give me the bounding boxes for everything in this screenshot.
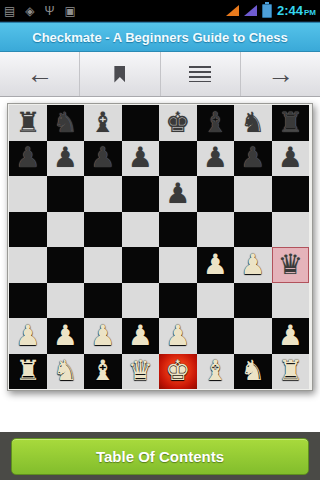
piece-black-bishop: ♝ — [203, 109, 228, 137]
square-c6 — [84, 176, 122, 212]
table-of-contents-button[interactable]: Table Of Contents — [11, 438, 309, 475]
square-h1: ♜ — [272, 354, 310, 390]
piece-black-queen: ♛ — [278, 251, 303, 279]
piece-black-knight: ♞ — [53, 109, 78, 137]
page-content: ♜♞♝♚♝♞♜♟♟♟♟♟♟♟♟♟♟♛♟♟♟♟♟♟♜♞♝♛♚♝♞♜ — [0, 103, 320, 438]
square-g7: ♟ — [234, 141, 272, 177]
piece-black-pawn: ♟ — [203, 144, 228, 172]
piece-white-bishop: ♝ — [203, 357, 228, 385]
piece-black-bishop: ♝ — [90, 109, 115, 137]
square-b4 — [47, 247, 85, 283]
piece-white-rook: ♜ — [15, 357, 40, 385]
square-f2 — [197, 318, 235, 354]
square-d3 — [122, 283, 160, 319]
square-f7: ♟ — [197, 141, 235, 177]
square-b8: ♞ — [47, 105, 85, 141]
square-h7: ♟ — [272, 141, 310, 177]
square-g4: ♟ — [234, 247, 272, 283]
piece-white-pawn: ♟ — [203, 251, 228, 279]
piece-white-king: ♚ — [165, 357, 190, 385]
status-clock: 2:44PM — [277, 3, 316, 18]
square-b3 — [47, 283, 85, 319]
square-e4 — [159, 247, 197, 283]
square-c1: ♝ — [84, 354, 122, 390]
square-e5 — [159, 212, 197, 248]
square-f5 — [197, 212, 235, 248]
square-h3 — [272, 283, 310, 319]
square-b7: ♟ — [47, 141, 85, 177]
square-e3 — [159, 283, 197, 319]
square-g6 — [234, 176, 272, 212]
piece-white-queen: ♛ — [128, 357, 153, 385]
piece-white-rook: ♜ — [278, 357, 303, 385]
square-d5 — [122, 212, 160, 248]
piece-white-pawn: ♟ — [90, 322, 115, 350]
square-h5 — [272, 212, 310, 248]
square-a5 — [9, 212, 47, 248]
square-a3 — [9, 283, 47, 319]
navigation-toolbar: ← → — [0, 52, 320, 97]
piece-white-pawn: ♟ — [165, 322, 190, 350]
clock-period: PM — [304, 8, 316, 17]
chess-board-frame: ♜♞♝♚♝♞♜♟♟♟♟♟♟♟♟♟♟♛♟♟♟♟♟♟♜♞♝♛♚♝♞♜ — [7, 103, 313, 391]
status-bar: ▤ ◈ Ψ ▣ 2:44PM — [0, 0, 320, 22]
square-c2: ♟ — [84, 318, 122, 354]
square-e6: ♟ — [159, 176, 197, 212]
square-g1: ♞ — [234, 354, 272, 390]
back-arrow-icon: ← — [26, 61, 53, 88]
square-b2: ♟ — [47, 318, 85, 354]
square-d4 — [122, 247, 160, 283]
square-f6 — [197, 176, 235, 212]
piece-white-pawn: ♟ — [53, 322, 78, 350]
piece-black-pawn: ♟ — [128, 144, 153, 172]
square-a4 — [9, 247, 47, 283]
square-f1: ♝ — [197, 354, 235, 390]
square-c5 — [84, 212, 122, 248]
forward-arrow-icon: → — [267, 61, 294, 88]
back-button[interactable]: ← — [0, 52, 80, 96]
piece-white-knight: ♞ — [240, 357, 265, 385]
piece-white-pawn: ♟ — [15, 322, 40, 350]
square-f3 — [197, 283, 235, 319]
square-a7: ♟ — [9, 141, 47, 177]
piece-black-king: ♚ — [165, 109, 190, 137]
square-c3 — [84, 283, 122, 319]
status-left-icons: ▤ ◈ Ψ ▣ — [4, 5, 76, 17]
square-a8: ♜ — [9, 105, 47, 141]
square-g3 — [234, 283, 272, 319]
piece-black-rook: ♜ — [15, 109, 40, 137]
square-e2: ♟ — [159, 318, 197, 354]
screenshot-icon: ▣ — [65, 5, 76, 17]
piece-black-pawn: ♟ — [240, 144, 265, 172]
square-g2 — [234, 318, 272, 354]
piece-white-bishop: ♝ — [90, 357, 115, 385]
square-f8: ♝ — [197, 105, 235, 141]
square-g5 — [234, 212, 272, 248]
piece-black-knight: ♞ — [240, 109, 265, 137]
square-b1: ♞ — [47, 354, 85, 390]
piece-white-pawn: ♟ — [128, 322, 153, 350]
piece-white-pawn: ♟ — [278, 322, 303, 350]
square-g8: ♞ — [234, 105, 272, 141]
square-d6 — [122, 176, 160, 212]
usb-icon: Ψ — [45, 5, 55, 17]
square-f4: ♟ — [197, 247, 235, 283]
piece-black-pawn: ♟ — [90, 144, 115, 172]
app-title-bar: Checkmate - A Beginners Guide to Chess — [0, 22, 320, 52]
list-icon — [189, 66, 211, 82]
piece-black-pawn: ♟ — [165, 180, 190, 208]
square-b6 — [47, 176, 85, 212]
bottom-bar: Table Of Contents — [0, 432, 320, 480]
square-h8: ♜ — [272, 105, 310, 141]
contents-list-button[interactable] — [161, 52, 241, 96]
bookmark-button[interactable] — [80, 52, 160, 96]
chess-board: ♜♞♝♚♝♞♜♟♟♟♟♟♟♟♟♟♟♛♟♟♟♟♟♟♜♞♝♛♚♝♞♜ — [9, 105, 309, 389]
forward-button[interactable]: → — [241, 52, 320, 96]
signal-strength-icon-purple — [244, 5, 257, 16]
square-c7: ♟ — [84, 141, 122, 177]
square-a1: ♜ — [9, 354, 47, 390]
gem-icon: ◈ — [25, 5, 34, 17]
square-e8: ♚ — [159, 105, 197, 141]
piece-black-pawn: ♟ — [53, 144, 78, 172]
app-title: Checkmate - A Beginners Guide to Chess — [32, 30, 288, 45]
square-c8: ♝ — [84, 105, 122, 141]
square-c4 — [84, 247, 122, 283]
piece-white-knight: ♞ — [53, 357, 78, 385]
signal-strength-icon-orange — [226, 5, 239, 16]
square-a2: ♟ — [9, 318, 47, 354]
square-b5 — [47, 212, 85, 248]
piece-black-pawn: ♟ — [278, 144, 303, 172]
sim-card-icon: ▤ — [4, 5, 15, 17]
square-d2: ♟ — [122, 318, 160, 354]
square-d1: ♛ — [122, 354, 160, 390]
square-d7: ♟ — [122, 141, 160, 177]
square-h4: ♛ — [272, 247, 310, 283]
square-e1: ♚ — [159, 354, 197, 390]
battery-icon — [262, 4, 272, 18]
bookmark-icon — [114, 66, 125, 83]
square-h6 — [272, 176, 310, 212]
piece-white-pawn: ♟ — [240, 251, 265, 279]
square-h2: ♟ — [272, 318, 310, 354]
piece-black-pawn: ♟ — [15, 144, 40, 172]
square-e7 — [159, 141, 197, 177]
piece-black-rook: ♜ — [278, 109, 303, 137]
square-d8 — [122, 105, 160, 141]
square-a6 — [9, 176, 47, 212]
